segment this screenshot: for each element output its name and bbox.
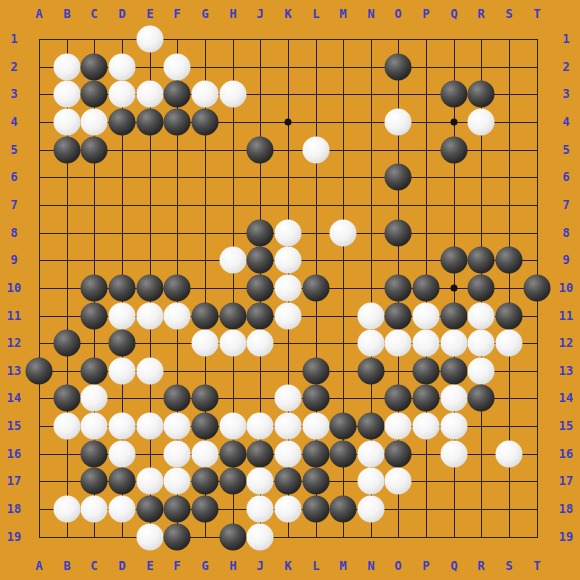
black-stone-R9[interactable] (468, 247, 495, 274)
row-label-right: 19 (559, 531, 573, 543)
black-stone-Q9[interactable] (441, 247, 468, 274)
black-stone-G18[interactable] (192, 496, 219, 523)
star-point (285, 119, 292, 126)
black-stone-M18[interactable] (330, 496, 357, 523)
column-label-top: R (477, 8, 484, 20)
white-stone-F2[interactable] (164, 54, 191, 81)
black-stone-G11[interactable] (192, 303, 219, 330)
row-label-left: 8 (10, 227, 17, 239)
black-stone-F18[interactable] (164, 496, 191, 523)
black-stone-R14[interactable] (468, 385, 495, 412)
black-stone-D4[interactable] (109, 109, 136, 136)
column-label-top: H (229, 8, 236, 20)
row-label-right: 14 (559, 392, 573, 404)
black-stone-B5[interactable] (54, 137, 81, 164)
white-stone-N17[interactable] (358, 468, 385, 495)
black-stone-J16[interactable] (247, 441, 274, 468)
white-stone-O17[interactable] (385, 468, 412, 495)
white-stone-D16[interactable] (109, 441, 136, 468)
white-stone-K15[interactable] (275, 413, 302, 440)
white-stone-J15[interactable] (247, 413, 274, 440)
black-stone-R3[interactable] (468, 81, 495, 108)
white-stone-C4[interactable] (81, 109, 108, 136)
white-stone-Q14[interactable] (441, 385, 468, 412)
column-label-bottom: E (146, 560, 153, 572)
column-label-top: S (505, 8, 512, 20)
black-stone-R10[interactable] (468, 275, 495, 302)
column-label-top: J (256, 8, 263, 20)
white-stone-C15[interactable] (81, 413, 108, 440)
white-stone-E13[interactable] (137, 358, 164, 385)
white-stone-H12[interactable] (220, 330, 247, 357)
black-stone-C10[interactable] (81, 275, 108, 302)
white-stone-D13[interactable] (109, 358, 136, 385)
column-label-top: M (339, 8, 346, 20)
black-stone-H16[interactable] (220, 441, 247, 468)
white-stone-K10[interactable] (275, 275, 302, 302)
row-label-right: 1 (562, 33, 569, 45)
white-stone-L15[interactable] (303, 413, 330, 440)
white-stone-B3[interactable] (54, 81, 81, 108)
white-stone-D3[interactable] (109, 81, 136, 108)
black-stone-H17[interactable] (220, 468, 247, 495)
white-stone-C18[interactable] (81, 496, 108, 523)
black-stone-D12[interactable] (109, 330, 136, 357)
black-stone-F4[interactable] (164, 109, 191, 136)
black-stone-H19[interactable] (220, 524, 247, 551)
column-label-top: Q (450, 8, 457, 20)
row-label-right: 8 (562, 227, 569, 239)
white-stone-H15[interactable] (220, 413, 247, 440)
column-label-bottom: K (284, 560, 291, 572)
white-stone-E1[interactable] (137, 26, 164, 53)
column-label-bottom: B (63, 560, 70, 572)
white-stone-E15[interactable] (137, 413, 164, 440)
column-label-bottom: Q (450, 560, 457, 572)
black-stone-O8[interactable] (385, 220, 412, 247)
row-label-left: 18 (7, 503, 21, 515)
column-label-bottom: A (35, 560, 42, 572)
black-stone-Q13[interactable] (441, 358, 468, 385)
white-stone-G16[interactable] (192, 441, 219, 468)
white-stone-Q15[interactable] (441, 413, 468, 440)
black-stone-B12[interactable] (54, 330, 81, 357)
white-stone-F11[interactable] (164, 303, 191, 330)
black-stone-N13[interactable] (358, 358, 385, 385)
row-label-right: 10 (559, 282, 573, 294)
white-stone-H9[interactable] (220, 247, 247, 274)
white-stone-D2[interactable] (109, 54, 136, 81)
white-stone-N12[interactable] (358, 330, 385, 357)
white-stone-B15[interactable] (54, 413, 81, 440)
white-stone-F17[interactable] (164, 468, 191, 495)
row-label-right: 13 (559, 365, 573, 377)
column-label-bottom: D (118, 560, 125, 572)
white-stone-K18[interactable] (275, 496, 302, 523)
column-label-bottom: S (505, 560, 512, 572)
black-stone-F14[interactable] (164, 385, 191, 412)
black-stone-G14[interactable] (192, 385, 219, 412)
row-label-right: 16 (559, 448, 573, 460)
row-label-right: 9 (562, 254, 569, 266)
black-stone-O6[interactable] (385, 164, 412, 191)
white-stone-B18[interactable] (54, 496, 81, 523)
black-stone-L10[interactable] (303, 275, 330, 302)
row-label-left: 19 (7, 531, 21, 543)
column-label-top: C (90, 8, 97, 20)
row-label-left: 2 (10, 61, 17, 73)
row-label-right: 2 (562, 61, 569, 73)
white-stone-N11[interactable] (358, 303, 385, 330)
star-point (451, 119, 458, 126)
go-board[interactable]: AABBCCDDEEFFGGHHJJKKLLMMNNOOPPQQRRSSTT11… (0, 0, 580, 580)
white-stone-K9[interactable] (275, 247, 302, 274)
column-label-bottom: P (422, 560, 429, 572)
black-stone-O10[interactable] (385, 275, 412, 302)
black-stone-O14[interactable] (385, 385, 412, 412)
white-stone-H3[interactable] (220, 81, 247, 108)
white-stone-R13[interactable] (468, 358, 495, 385)
black-stone-D10[interactable] (109, 275, 136, 302)
white-stone-P15[interactable] (413, 413, 440, 440)
black-stone-O2[interactable] (385, 54, 412, 81)
column-label-top: L (312, 8, 319, 20)
column-label-bottom: R (477, 560, 484, 572)
column-label-bottom: N (367, 560, 374, 572)
white-stone-K8[interactable] (275, 220, 302, 247)
column-label-top: T (533, 8, 540, 20)
black-stone-T10[interactable] (524, 275, 551, 302)
white-stone-C14[interactable] (81, 385, 108, 412)
black-stone-C16[interactable] (81, 441, 108, 468)
white-stone-Q16[interactable] (441, 441, 468, 468)
black-stone-P13[interactable] (413, 358, 440, 385)
white-stone-F16[interactable] (164, 441, 191, 468)
row-label-left: 10 (7, 282, 21, 294)
black-stone-M15[interactable] (330, 413, 357, 440)
white-stone-K11[interactable] (275, 303, 302, 330)
column-label-bottom: L (312, 560, 319, 572)
row-label-right: 3 (562, 88, 569, 100)
black-stone-E4[interactable] (137, 109, 164, 136)
black-stone-C2[interactable] (81, 54, 108, 81)
white-stone-E11[interactable] (137, 303, 164, 330)
column-label-bottom: C (90, 560, 97, 572)
column-label-top: A (35, 8, 42, 20)
black-stone-G15[interactable] (192, 413, 219, 440)
black-stone-C11[interactable] (81, 303, 108, 330)
black-stone-M16[interactable] (330, 441, 357, 468)
white-stone-E19[interactable] (137, 524, 164, 551)
black-stone-D17[interactable] (109, 468, 136, 495)
grid-hline (39, 537, 538, 538)
black-stone-F3[interactable] (164, 81, 191, 108)
row-label-left: 7 (10, 199, 17, 211)
white-stone-D18[interactable] (109, 496, 136, 523)
black-stone-C13[interactable] (81, 358, 108, 385)
row-label-right: 11 (559, 310, 573, 322)
black-stone-L18[interactable] (303, 496, 330, 523)
white-stone-J12[interactable] (247, 330, 274, 357)
black-stone-P10[interactable] (413, 275, 440, 302)
row-label-right: 12 (559, 337, 573, 349)
white-stone-Q12[interactable] (441, 330, 468, 357)
black-stone-C3[interactable] (81, 81, 108, 108)
row-label-left: 11 (7, 310, 21, 322)
row-label-right: 17 (559, 475, 573, 487)
column-label-top: O (394, 8, 401, 20)
black-stone-C5[interactable] (81, 137, 108, 164)
black-stone-G4[interactable] (192, 109, 219, 136)
white-stone-N16[interactable] (358, 441, 385, 468)
row-label-left: 9 (10, 254, 17, 266)
row-label-left: 6 (10, 171, 17, 183)
row-label-left: 1 (10, 33, 17, 45)
white-stone-D15[interactable] (109, 413, 136, 440)
black-stone-J9[interactable] (247, 247, 274, 274)
black-stone-A13[interactable] (26, 358, 53, 385)
row-label-left: 14 (7, 392, 21, 404)
black-stone-K17[interactable] (275, 468, 302, 495)
white-stone-M8[interactable] (330, 220, 357, 247)
black-stone-G17[interactable] (192, 468, 219, 495)
white-stone-P11[interactable] (413, 303, 440, 330)
black-stone-J10[interactable] (247, 275, 274, 302)
column-label-bottom: M (339, 560, 346, 572)
white-stone-B4[interactable] (54, 109, 81, 136)
black-stone-F10[interactable] (164, 275, 191, 302)
column-label-top: N (367, 8, 374, 20)
black-stone-J5[interactable] (247, 137, 274, 164)
black-stone-L14[interactable] (303, 385, 330, 412)
column-label-bottom: F (173, 560, 180, 572)
row-label-right: 5 (562, 144, 569, 156)
white-stone-O12[interactable] (385, 330, 412, 357)
row-label-left: 4 (10, 116, 17, 128)
black-stone-B14[interactable] (54, 385, 81, 412)
white-stone-R12[interactable] (468, 330, 495, 357)
row-label-left: 13 (7, 365, 21, 377)
white-stone-S16[interactable] (496, 441, 523, 468)
column-label-top: P (422, 8, 429, 20)
white-stone-E3[interactable] (137, 81, 164, 108)
black-stone-F19[interactable] (164, 524, 191, 551)
row-label-right: 4 (562, 116, 569, 128)
black-stone-S11[interactable] (496, 303, 523, 330)
column-label-bottom: G (201, 560, 208, 572)
white-stone-J19[interactable] (247, 524, 274, 551)
white-stone-P12[interactable] (413, 330, 440, 357)
row-label-right: 7 (562, 199, 569, 211)
white-stone-N18[interactable] (358, 496, 385, 523)
black-stone-N15[interactable] (358, 413, 385, 440)
white-stone-J17[interactable] (247, 468, 274, 495)
white-stone-K16[interactable] (275, 441, 302, 468)
column-label-bottom: H (229, 560, 236, 572)
column-label-top: E (146, 8, 153, 20)
white-stone-B2[interactable] (54, 54, 81, 81)
column-label-top: K (284, 8, 291, 20)
white-stone-E17[interactable] (137, 468, 164, 495)
row-label-left: 12 (7, 337, 21, 349)
black-stone-E18[interactable] (137, 496, 164, 523)
black-stone-P14[interactable] (413, 385, 440, 412)
black-stone-Q11[interactable] (441, 303, 468, 330)
white-stone-O4[interactable] (385, 109, 412, 136)
black-stone-O11[interactable] (385, 303, 412, 330)
white-stone-R4[interactable] (468, 109, 495, 136)
white-stone-K14[interactable] (275, 385, 302, 412)
black-stone-J8[interactable] (247, 220, 274, 247)
row-label-left: 5 (10, 144, 17, 156)
white-stone-G3[interactable] (192, 81, 219, 108)
row-label-right: 15 (559, 420, 573, 432)
black-stone-O16[interactable] (385, 441, 412, 468)
column-label-bottom: O (394, 560, 401, 572)
row-label-left: 15 (7, 420, 21, 432)
row-label-right: 6 (562, 171, 569, 183)
column-label-top: F (173, 8, 180, 20)
black-stone-J11[interactable] (247, 303, 274, 330)
white-stone-L5[interactable] (303, 137, 330, 164)
white-stone-D11[interactable] (109, 303, 136, 330)
row-label-left: 16 (7, 448, 21, 460)
white-stone-F15[interactable] (164, 413, 191, 440)
star-point (451, 285, 458, 292)
black-stone-H11[interactable] (220, 303, 247, 330)
row-label-left: 17 (7, 475, 21, 487)
column-label-top: B (63, 8, 70, 20)
white-stone-J18[interactable] (247, 496, 274, 523)
white-stone-R11[interactable] (468, 303, 495, 330)
column-label-top: G (201, 8, 208, 20)
column-label-bottom: J (256, 560, 263, 572)
white-stone-S12[interactable] (496, 330, 523, 357)
black-stone-Q5[interactable] (441, 137, 468, 164)
black-stone-L17[interactable] (303, 468, 330, 495)
black-stone-Q3[interactable] (441, 81, 468, 108)
white-stone-G12[interactable] (192, 330, 219, 357)
black-stone-L13[interactable] (303, 358, 330, 385)
column-label-bottom: T (533, 560, 540, 572)
black-stone-S9[interactable] (496, 247, 523, 274)
row-label-left: 3 (10, 88, 17, 100)
black-stone-C17[interactable] (81, 468, 108, 495)
column-label-top: D (118, 8, 125, 20)
black-stone-L16[interactable] (303, 441, 330, 468)
row-label-right: 18 (559, 503, 573, 515)
black-stone-E10[interactable] (137, 275, 164, 302)
white-stone-O15[interactable] (385, 413, 412, 440)
